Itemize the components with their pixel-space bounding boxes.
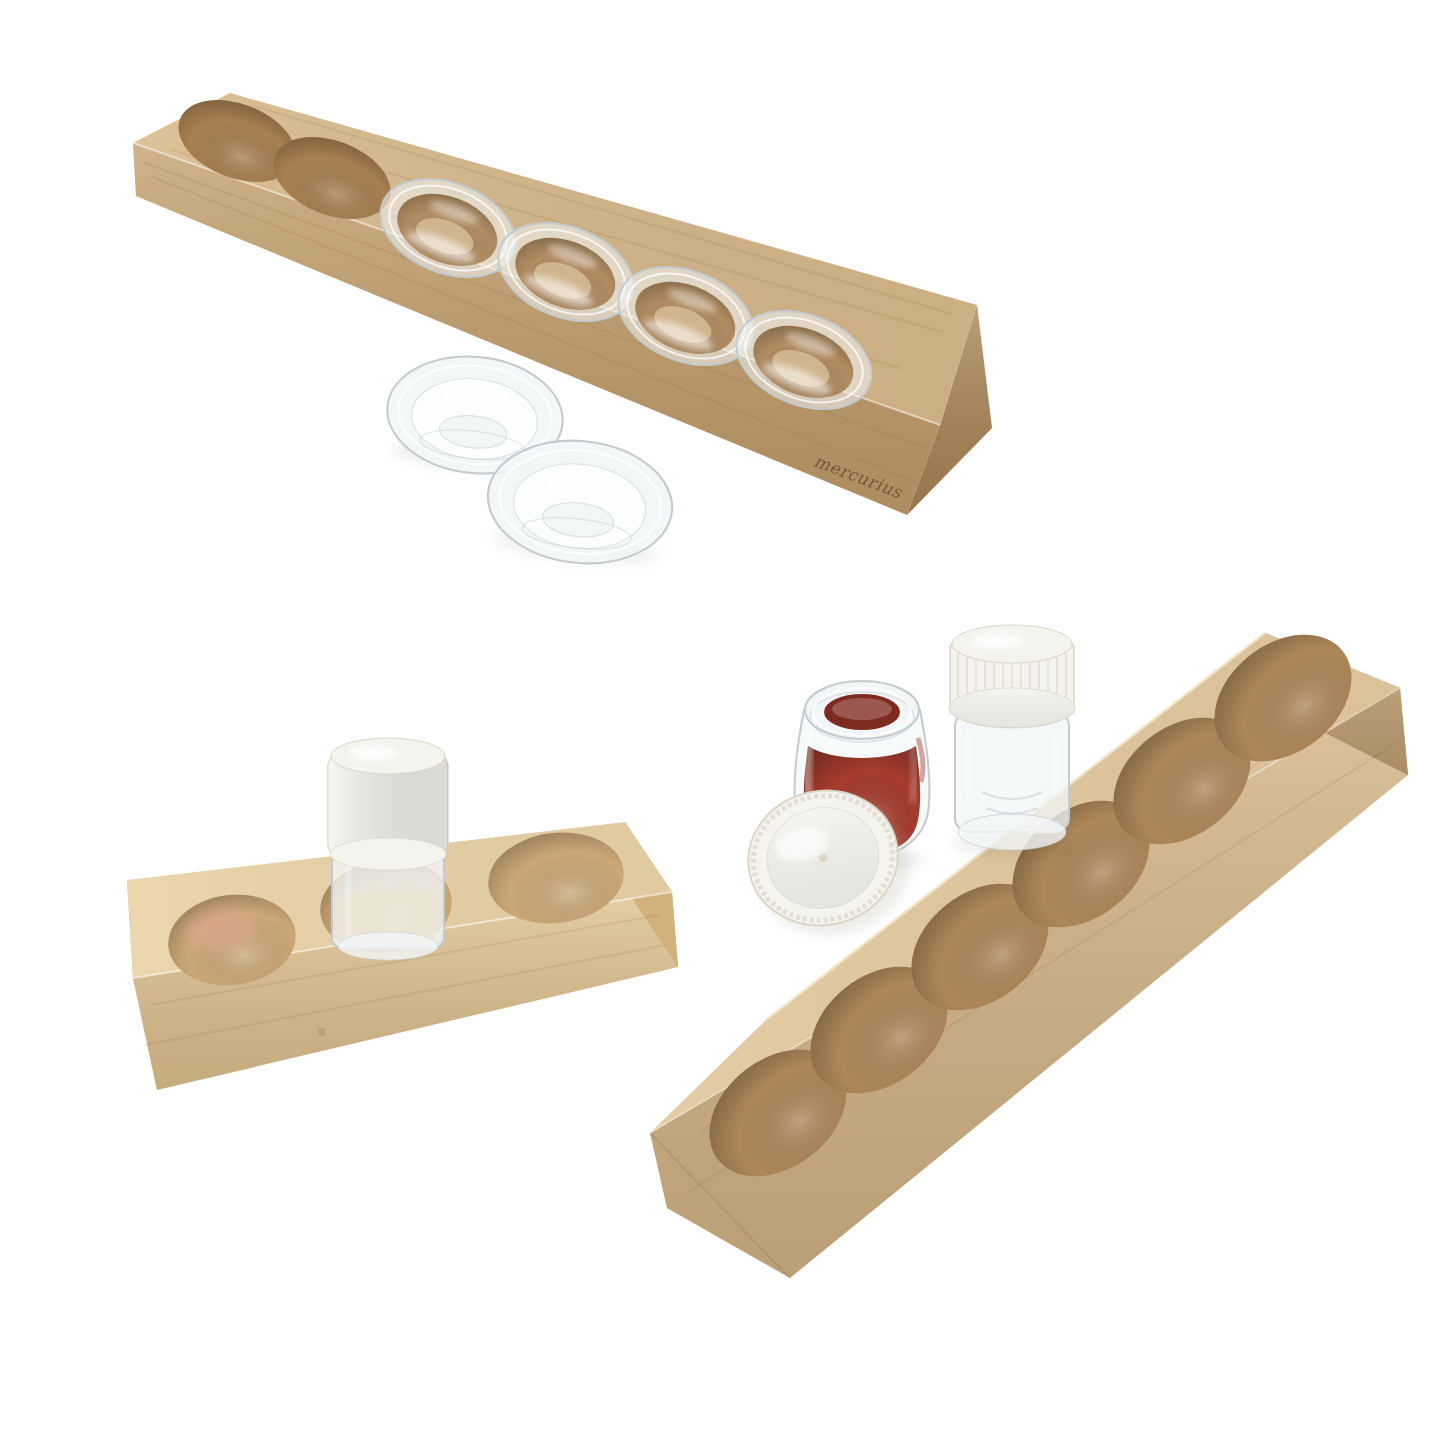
jar-lid-gloss: [350, 746, 398, 760]
jar-lid-skirt: [330, 838, 446, 870]
cap-gloss: [972, 634, 1024, 648]
glass-jar-with-white-lid: [328, 738, 448, 960]
clear-jar-closed: [949, 625, 1075, 857]
maple-tray-group: [127, 738, 678, 1090]
maple-knot: [318, 1028, 326, 1036]
jar-base: [338, 932, 438, 960]
collage-canvas: mercurius: [0, 0, 1445, 1445]
oak-tray-group: mercurius: [133, 85, 992, 573]
jar-glass-highlight: [347, 860, 350, 940]
jar-base: [958, 814, 1066, 850]
product-collage: mercurius: [0, 0, 1445, 1445]
jar-opening-gloss: [832, 698, 892, 720]
cap-band-shading: [949, 688, 1075, 728]
